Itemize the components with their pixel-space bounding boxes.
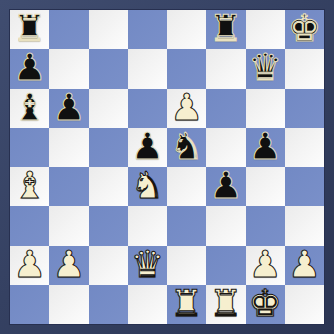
square-b7[interactable] xyxy=(49,49,88,88)
chess-board: ♜♜♚♟♛♝♟♟♟♞♟♝♞♟♟♟♛♟♟♜♜♚ xyxy=(10,10,324,324)
square-c7[interactable] xyxy=(89,49,128,88)
square-f2[interactable] xyxy=(206,246,245,285)
square-d2[interactable]: ♛ xyxy=(128,246,167,285)
square-d1[interactable] xyxy=(128,285,167,324)
square-f3[interactable] xyxy=(206,206,245,245)
square-a2[interactable]: ♟ xyxy=(10,246,49,285)
piece-white-pawn[interactable]: ♟ xyxy=(52,246,85,283)
piece-white-king[interactable]: ♚ xyxy=(249,285,282,322)
piece-white-rook[interactable]: ♜ xyxy=(170,285,203,322)
square-c2[interactable] xyxy=(89,246,128,285)
piece-white-pawn[interactable]: ♟ xyxy=(249,246,282,283)
square-c3[interactable] xyxy=(89,206,128,245)
piece-white-bishop[interactable]: ♝ xyxy=(13,167,46,204)
square-b4[interactable] xyxy=(49,167,88,206)
square-e7[interactable] xyxy=(167,49,206,88)
square-c6[interactable] xyxy=(89,89,128,128)
square-h1[interactable] xyxy=(285,285,324,324)
square-b3[interactable] xyxy=(49,206,88,245)
piece-black-pawn[interactable]: ♟ xyxy=(131,128,164,165)
piece-black-pawn[interactable]: ♟ xyxy=(52,89,85,126)
square-g2[interactable]: ♟ xyxy=(246,246,285,285)
square-e5[interactable]: ♞ xyxy=(167,128,206,167)
square-a8[interactable]: ♜ xyxy=(10,10,49,49)
square-d4[interactable]: ♞ xyxy=(128,167,167,206)
square-g7[interactable]: ♛ xyxy=(246,49,285,88)
piece-black-queen[interactable]: ♛ xyxy=(249,49,282,86)
square-h8[interactable]: ♚ xyxy=(285,10,324,49)
square-c1[interactable] xyxy=(89,285,128,324)
square-h3[interactable] xyxy=(285,206,324,245)
piece-black-pawn[interactable]: ♟ xyxy=(249,128,282,165)
piece-black-pawn[interactable]: ♟ xyxy=(209,167,242,204)
square-b5[interactable] xyxy=(49,128,88,167)
piece-white-knight[interactable]: ♞ xyxy=(131,167,164,204)
square-d5[interactable]: ♟ xyxy=(128,128,167,167)
piece-white-pawn[interactable]: ♟ xyxy=(288,246,321,283)
square-h2[interactable]: ♟ xyxy=(285,246,324,285)
square-a4[interactable]: ♝ xyxy=(10,167,49,206)
square-h7[interactable] xyxy=(285,49,324,88)
square-f6[interactable] xyxy=(206,89,245,128)
square-d6[interactable] xyxy=(128,89,167,128)
piece-white-rook[interactable]: ♜ xyxy=(209,285,242,322)
square-d3[interactable] xyxy=(128,206,167,245)
square-a5[interactable] xyxy=(10,128,49,167)
square-b1[interactable] xyxy=(49,285,88,324)
square-f7[interactable] xyxy=(206,49,245,88)
square-c5[interactable] xyxy=(89,128,128,167)
square-g5[interactable]: ♟ xyxy=(246,128,285,167)
square-f4[interactable]: ♟ xyxy=(206,167,245,206)
square-h4[interactable] xyxy=(285,167,324,206)
piece-black-king[interactable]: ♚ xyxy=(288,10,321,47)
square-c4[interactable] xyxy=(89,167,128,206)
square-e4[interactable] xyxy=(167,167,206,206)
square-d7[interactable] xyxy=(128,49,167,88)
square-g1[interactable]: ♚ xyxy=(246,285,285,324)
piece-black-pawn[interactable]: ♟ xyxy=(13,49,46,86)
square-g3[interactable] xyxy=(246,206,285,245)
square-a1[interactable] xyxy=(10,285,49,324)
square-e6[interactable]: ♟ xyxy=(167,89,206,128)
square-f1[interactable]: ♜ xyxy=(206,285,245,324)
square-g8[interactable] xyxy=(246,10,285,49)
square-e1[interactable]: ♜ xyxy=(167,285,206,324)
square-a7[interactable]: ♟ xyxy=(10,49,49,88)
piece-black-rook[interactable]: ♜ xyxy=(209,10,242,47)
piece-white-pawn[interactable]: ♟ xyxy=(170,89,203,126)
square-f8[interactable]: ♜ xyxy=(206,10,245,49)
square-f5[interactable] xyxy=(206,128,245,167)
square-e2[interactable] xyxy=(167,246,206,285)
square-e8[interactable] xyxy=(167,10,206,49)
square-g6[interactable] xyxy=(246,89,285,128)
square-h5[interactable] xyxy=(285,128,324,167)
square-d8[interactable] xyxy=(128,10,167,49)
piece-white-queen[interactable]: ♛ xyxy=(131,246,164,283)
square-h6[interactable] xyxy=(285,89,324,128)
piece-black-knight[interactable]: ♞ xyxy=(170,128,203,165)
square-b2[interactable]: ♟ xyxy=(49,246,88,285)
square-a3[interactable] xyxy=(10,206,49,245)
square-g4[interactable] xyxy=(246,167,285,206)
piece-black-rook[interactable]: ♜ xyxy=(13,10,46,47)
square-c8[interactable] xyxy=(89,10,128,49)
square-e3[interactable] xyxy=(167,206,206,245)
piece-white-pawn[interactable]: ♟ xyxy=(13,246,46,283)
square-a6[interactable]: ♝ xyxy=(10,89,49,128)
square-b8[interactable] xyxy=(49,10,88,49)
square-b6[interactable]: ♟ xyxy=(49,89,88,128)
board-frame: ♜♜♚♟♛♝♟♟♟♞♟♝♞♟♟♟♛♟♟♜♜♚ xyxy=(0,0,334,334)
piece-black-bishop[interactable]: ♝ xyxy=(13,89,46,126)
